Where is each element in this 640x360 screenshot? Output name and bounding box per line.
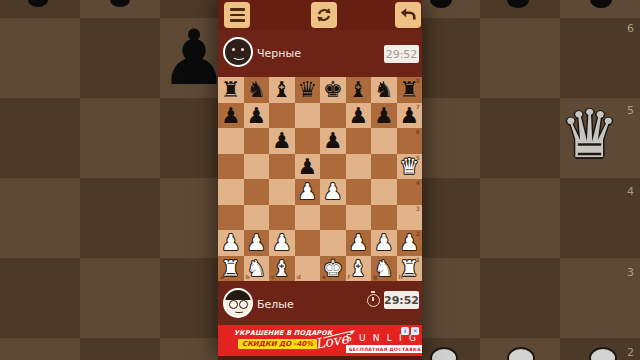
background-white-queen-silhouette: ♛	[560, 102, 619, 168]
square-e7[interactable]	[320, 103, 346, 129]
piece-black-pawn[interactable]: ♟	[244, 103, 270, 129]
square-g1[interactable]: g♞	[371, 256, 397, 282]
piece-black-pawn[interactable]: ♟	[346, 103, 372, 129]
square-h7[interactable]: 7♟	[397, 103, 423, 129]
square-h8[interactable]: 8♜	[397, 77, 423, 103]
background-square	[80, 18, 160, 98]
chess-board: ♜♞♝♛♚♝♞8♜♟♟♟♟7♟♟♟6♟5♛♟♟43♟♟♟♟♟2♟a♜b♞c♝de…	[218, 77, 422, 281]
square-f3[interactable]	[346, 205, 372, 231]
background-square	[0, 178, 80, 258]
chess-app-panel: Черные 29:52 ♜♞♝♛♚♝♞8♜♟♟♟♟7♟♟♟6♟5♛♟♟43♟♟…	[218, 0, 422, 360]
ad-close-icon[interactable]: ✕	[411, 327, 419, 335]
square-e1[interactable]: e♚	[320, 256, 346, 282]
screen: ♟ ♛ 65432	[0, 0, 640, 360]
square-c3[interactable]	[269, 205, 295, 231]
piece-black-pawn[interactable]: ♟	[371, 103, 397, 129]
square-e8[interactable]: ♚	[320, 77, 346, 103]
piece-black-rook[interactable]: ♜	[218, 77, 244, 103]
menu-button[interactable]	[224, 2, 250, 28]
square-b8[interactable]: ♞	[244, 77, 270, 103]
ad-info-icon[interactable]: i	[401, 327, 409, 335]
piece-white-queen[interactable]: ♛	[397, 154, 423, 180]
background-rank-label: 3	[627, 266, 634, 279]
rank-label: 4	[416, 180, 420, 186]
square-g7[interactable]: ♟	[371, 103, 397, 129]
piece-white-knight[interactable]: ♞	[371, 256, 397, 282]
square-h4[interactable]: 4	[397, 179, 423, 205]
piece-white-bishop[interactable]: ♝	[269, 256, 295, 282]
black-player-avatar	[223, 37, 253, 67]
white-player-name: Белые	[257, 298, 294, 311]
square-f5[interactable]	[346, 154, 372, 180]
background-square	[0, 258, 80, 338]
square-g4[interactable]	[371, 179, 397, 205]
square-d6[interactable]	[295, 128, 321, 154]
square-d5[interactable]: ♟	[295, 154, 321, 180]
piece-black-bishop[interactable]: ♝	[269, 77, 295, 103]
piece-black-pawn[interactable]: ♟	[397, 103, 423, 129]
square-a5[interactable]	[218, 154, 244, 180]
piece-white-rook[interactable]: ♜	[218, 256, 244, 282]
square-c7[interactable]	[269, 103, 295, 129]
background-square	[80, 98, 160, 178]
square-f2[interactable]: ♟	[346, 230, 372, 256]
piece-black-bishop[interactable]: ♝	[346, 77, 372, 103]
square-e6[interactable]: ♟	[320, 128, 346, 154]
rank-label: 3	[416, 206, 420, 212]
hamburger-icon	[230, 8, 245, 22]
square-c5[interactable]	[269, 154, 295, 180]
black-player-row: Черные 29:52	[218, 30, 422, 77]
square-f7[interactable]: ♟	[346, 103, 372, 129]
square-g6[interactable]	[371, 128, 397, 154]
file-label: d	[297, 274, 301, 280]
rank-label: 6	[416, 129, 420, 135]
piece-black-knight[interactable]: ♞	[371, 77, 397, 103]
ad-subtitle-badge: БЕСПЛАТНАЯ ДОСТАВКА	[346, 345, 422, 353]
square-f6[interactable]	[346, 128, 372, 154]
background-rank-label: 4	[627, 185, 634, 198]
square-c1[interactable]: c♝	[269, 256, 295, 282]
square-h2[interactable]: 2♟	[397, 230, 423, 256]
piece-white-bishop[interactable]: ♝	[346, 256, 372, 282]
square-g8[interactable]: ♞	[371, 77, 397, 103]
background-square	[480, 178, 560, 258]
piece-white-pawn[interactable]: ♟	[320, 179, 346, 205]
background-square	[480, 98, 560, 178]
square-f4[interactable]	[346, 179, 372, 205]
undo-icon	[399, 6, 417, 24]
piece-white-pawn[interactable]: ♟	[371, 230, 397, 256]
background-rank-label: 6	[627, 22, 634, 35]
refresh-icon	[315, 6, 333, 24]
piece-black-king[interactable]: ♚	[320, 77, 346, 103]
square-c8[interactable]: ♝	[269, 77, 295, 103]
piece-white-pawn[interactable]: ♟	[218, 230, 244, 256]
square-a7[interactable]: ♟	[218, 103, 244, 129]
piece-black-queen[interactable]: ♛	[295, 77, 321, 103]
piece-black-rook[interactable]: ♜	[397, 77, 423, 103]
background-square	[80, 178, 160, 258]
square-a3[interactable]	[218, 205, 244, 231]
square-c2[interactable]: ♟	[269, 230, 295, 256]
piece-white-knight[interactable]: ♞	[244, 256, 270, 282]
background-square	[80, 258, 160, 338]
square-c6[interactable]: ♟	[269, 128, 295, 154]
square-b2[interactable]: ♟	[244, 230, 270, 256]
square-f8[interactable]: ♝	[346, 77, 372, 103]
square-a1[interactable]: a♜	[218, 256, 244, 282]
background-square	[480, 18, 560, 98]
square-d3[interactable]	[295, 205, 321, 231]
top-toolbar	[218, 0, 422, 30]
piece-black-pawn[interactable]: ♟	[295, 154, 321, 180]
piece-black-pawn[interactable]: ♟	[218, 103, 244, 129]
square-d4[interactable]: ♟	[295, 179, 321, 205]
square-e4[interactable]: ♟	[320, 179, 346, 205]
square-b7[interactable]: ♟	[244, 103, 270, 129]
piece-black-pawn[interactable]: ♟	[320, 128, 346, 154]
square-a2[interactable]: ♟	[218, 230, 244, 256]
undo-button[interactable]	[395, 2, 421, 28]
piece-white-pawn[interactable]: ♟	[269, 230, 295, 256]
square-b6[interactable]	[244, 128, 270, 154]
square-h1[interactable]: 1h♜	[397, 256, 423, 282]
white-player-row: Белые 29:52	[218, 281, 422, 328]
background-square	[0, 338, 80, 360]
square-d8[interactable]: ♛	[295, 77, 321, 103]
square-a8[interactable]: ♜	[218, 77, 244, 103]
square-b5[interactable]	[244, 154, 270, 180]
ad-banner[interactable]: УКРАШЕНИЕ В ПОДАРОК СКИДКИ ДО -40% Love …	[218, 325, 422, 356]
square-h5[interactable]: 5♛	[397, 154, 423, 180]
square-b3[interactable]	[244, 205, 270, 231]
background-rank-label: 5	[627, 104, 634, 117]
piece-white-pawn[interactable]: ♟	[346, 230, 372, 256]
bottom-strip	[218, 356, 422, 360]
background-rank-label: 2	[627, 346, 634, 359]
background-square	[480, 258, 560, 338]
white-player-timer: 29:52	[384, 291, 419, 309]
square-a6[interactable]	[218, 128, 244, 154]
square-d2[interactable]	[295, 230, 321, 256]
piece-black-pawn[interactable]: ♟	[269, 128, 295, 154]
background-square	[0, 98, 80, 178]
background-square	[0, 18, 80, 98]
square-g2[interactable]: ♟	[371, 230, 397, 256]
black-player-timer: 29:52	[384, 45, 419, 63]
square-g5[interactable]	[371, 154, 397, 180]
square-b1[interactable]: b♞	[244, 256, 270, 282]
square-a4[interactable]	[218, 179, 244, 205]
piece-black-knight[interactable]: ♞	[244, 77, 270, 103]
black-player-name: Черные	[257, 47, 301, 60]
piece-white-pawn[interactable]: ♟	[295, 179, 321, 205]
square-e2[interactable]	[320, 230, 346, 256]
stopwatch-icon	[367, 294, 380, 307]
square-b4[interactable]	[244, 179, 270, 205]
square-g3[interactable]	[371, 205, 397, 231]
piece-white-rook[interactable]: ♜	[397, 256, 423, 282]
white-player-avatar	[223, 288, 253, 318]
new-game-button[interactable]	[311, 2, 337, 28]
piece-white-king[interactable]: ♚	[320, 256, 346, 282]
square-e5[interactable]	[320, 154, 346, 180]
square-h3[interactable]: 3	[397, 205, 423, 231]
background-square	[80, 338, 160, 360]
square-d7[interactable]	[295, 103, 321, 129]
square-d1[interactable]: d	[295, 256, 321, 282]
ad-discount-badge: СКИДКИ ДО -40%	[238, 339, 317, 349]
piece-white-pawn[interactable]: ♟	[244, 230, 270, 256]
square-h6[interactable]: 6	[397, 128, 423, 154]
square-e3[interactable]	[320, 205, 346, 231]
piece-white-pawn[interactable]: ♟	[397, 230, 423, 256]
square-c4[interactable]	[269, 179, 295, 205]
square-f1[interactable]: f♝	[346, 256, 372, 282]
